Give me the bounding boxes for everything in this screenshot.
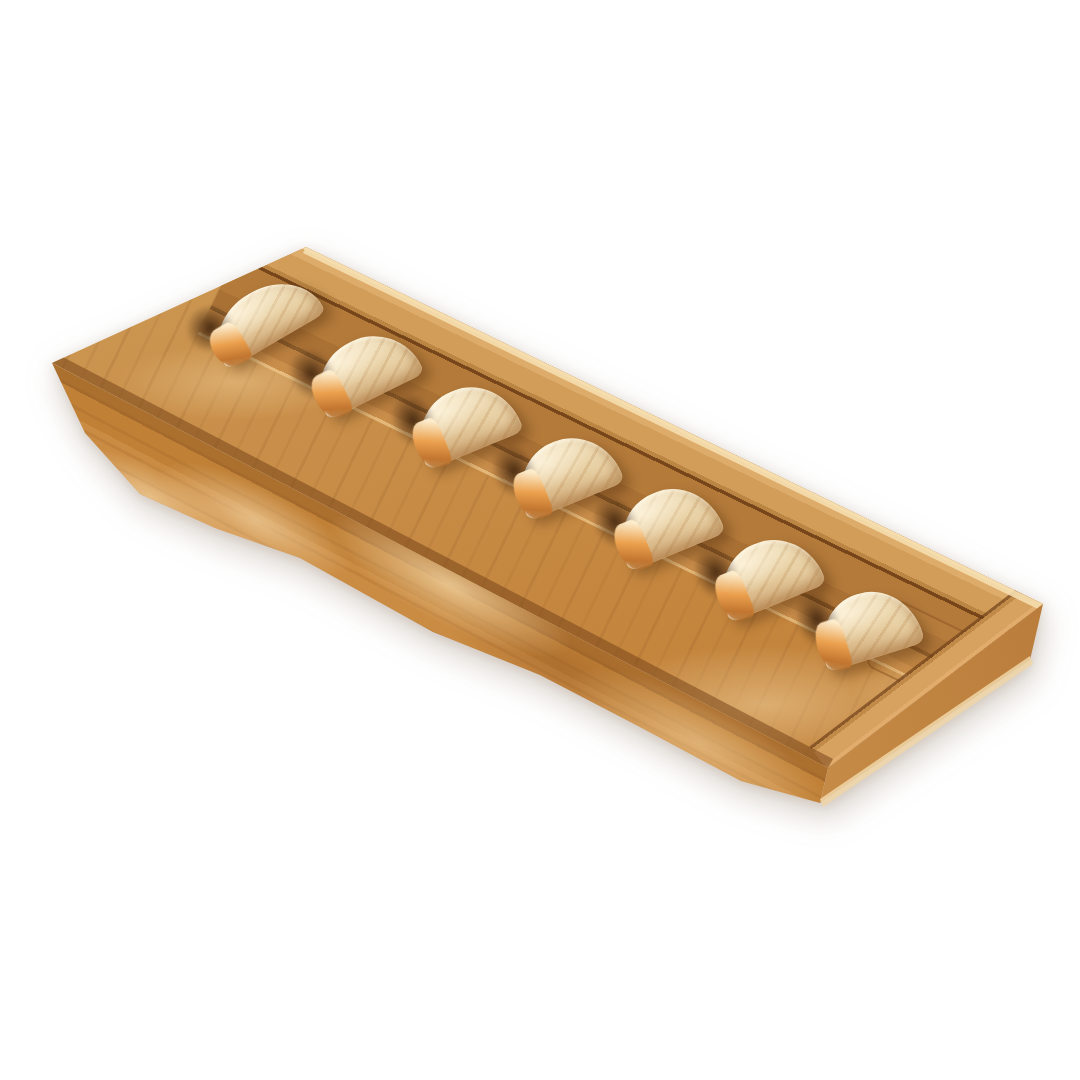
piece-7[interactable] bbox=[808, 579, 925, 672]
wooden-board bbox=[0, 0, 1080, 1080]
board-top-face bbox=[0, 0, 1080, 1080]
front-edge-crease bbox=[0, 0, 1080, 1080]
photo-stage bbox=[0, 0, 1080, 1080]
back-edge-highlight bbox=[0, 0, 1080, 1080]
